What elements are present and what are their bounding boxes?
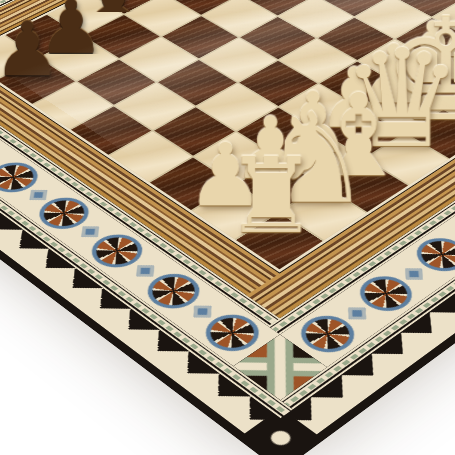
perspective-scene: ♜♟♟♜♞♟♟♞♝♟♟♝♛♟♟♛♚♟♟♚♝♟♟♝♞♟♟♞♜♟♟♜ bbox=[0, 0, 455, 455]
photo-stage: ♜♟♟♜♞♟♟♞♝♟♟♝♛♟♟♛♚♟♟♚♝♟♟♝♞♟♟♞♜♟♟♜ bbox=[0, 0, 455, 455]
chess-board: ♜♟♟♜♞♟♟♞♝♟♟♝♛♟♟♛♚♟♟♚♝♟♟♝♞♟♟♞♜♟♟♜ bbox=[0, 0, 455, 455]
blue-diamond-inlay bbox=[349, 308, 366, 319]
